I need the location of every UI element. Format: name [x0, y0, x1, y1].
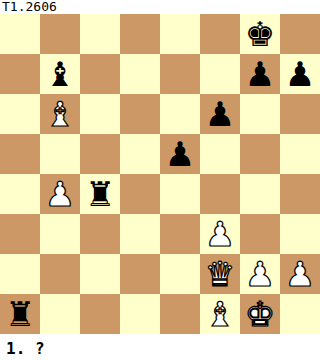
square-d1[interactable] [120, 294, 160, 334]
square-g7[interactable]: ♟ [240, 54, 280, 94]
piece-black-pawn[interactable]: ♟ [245, 54, 275, 94]
piece-white-king[interactable]: ♚ [245, 294, 275, 334]
square-h1[interactable] [280, 294, 320, 334]
square-h2[interactable]: ♟ [280, 254, 320, 294]
square-a6[interactable] [0, 94, 40, 134]
square-c7[interactable] [80, 54, 120, 94]
piece-black-bishop[interactable]: ♝ [45, 54, 75, 94]
square-f3[interactable]: ♟ [200, 214, 240, 254]
square-c1[interactable] [80, 294, 120, 334]
square-h5[interactable] [280, 134, 320, 174]
square-e1[interactable] [160, 294, 200, 334]
square-h7[interactable]: ♟ [280, 54, 320, 94]
chess-puzzle-page: T1.2606 ♚♝♟♟♝♟♟♟♜♟♛♟♟♜♝♚ 1. ? [0, 0, 320, 360]
square-g5[interactable] [240, 134, 280, 174]
piece-white-bishop[interactable]: ♝ [45, 94, 75, 134]
square-b4[interactable]: ♟ [40, 174, 80, 214]
square-e4[interactable] [160, 174, 200, 214]
square-b6[interactable]: ♝ [40, 94, 80, 134]
piece-white-queen[interactable]: ♛ [205, 254, 235, 294]
square-d4[interactable] [120, 174, 160, 214]
square-e5[interactable]: ♟ [160, 134, 200, 174]
square-b8[interactable] [40, 14, 80, 54]
square-c5[interactable] [80, 134, 120, 174]
piece-white-pawn[interactable]: ♟ [45, 174, 75, 214]
square-a8[interactable] [0, 14, 40, 54]
square-f5[interactable] [200, 134, 240, 174]
square-h4[interactable] [280, 174, 320, 214]
square-d2[interactable] [120, 254, 160, 294]
square-d7[interactable] [120, 54, 160, 94]
square-c6[interactable] [80, 94, 120, 134]
square-h8[interactable] [280, 14, 320, 54]
square-g3[interactable] [240, 214, 280, 254]
piece-black-king[interactable]: ♚ [245, 14, 275, 54]
square-f4[interactable] [200, 174, 240, 214]
square-b1[interactable] [40, 294, 80, 334]
piece-white-pawn[interactable]: ♟ [285, 254, 315, 294]
square-a4[interactable] [0, 174, 40, 214]
square-a1[interactable]: ♜ [0, 294, 40, 334]
square-g8[interactable]: ♚ [240, 14, 280, 54]
piece-white-pawn[interactable]: ♟ [205, 214, 235, 254]
square-b5[interactable] [40, 134, 80, 174]
square-g2[interactable]: ♟ [240, 254, 280, 294]
square-d5[interactable] [120, 134, 160, 174]
square-e8[interactable] [160, 14, 200, 54]
square-f7[interactable] [200, 54, 240, 94]
square-e2[interactable] [160, 254, 200, 294]
square-a2[interactable] [0, 254, 40, 294]
piece-black-rook[interactable]: ♜ [85, 174, 115, 214]
square-c2[interactable] [80, 254, 120, 294]
piece-white-bishop[interactable]: ♝ [205, 294, 235, 334]
square-h3[interactable] [280, 214, 320, 254]
square-h6[interactable] [280, 94, 320, 134]
square-a3[interactable] [0, 214, 40, 254]
square-f1[interactable]: ♝ [200, 294, 240, 334]
square-b7[interactable]: ♝ [40, 54, 80, 94]
square-e3[interactable] [160, 214, 200, 254]
square-c3[interactable] [80, 214, 120, 254]
square-b2[interactable] [40, 254, 80, 294]
square-f2[interactable]: ♛ [200, 254, 240, 294]
piece-black-pawn[interactable]: ♟ [165, 134, 195, 174]
square-a5[interactable] [0, 134, 40, 174]
move-prompt: 1. ? [0, 334, 320, 360]
square-f8[interactable] [200, 14, 240, 54]
square-g1[interactable]: ♚ [240, 294, 280, 334]
square-a7[interactable] [0, 54, 40, 94]
square-g6[interactable] [240, 94, 280, 134]
puzzle-id: T1.2606 [0, 0, 320, 14]
square-e6[interactable] [160, 94, 200, 134]
square-c8[interactable] [80, 14, 120, 54]
piece-white-pawn[interactable]: ♟ [245, 254, 275, 294]
piece-black-pawn[interactable]: ♟ [285, 54, 315, 94]
square-f6[interactable]: ♟ [200, 94, 240, 134]
square-d8[interactable] [120, 14, 160, 54]
square-b3[interactable] [40, 214, 80, 254]
piece-black-pawn[interactable]: ♟ [205, 94, 235, 134]
square-d3[interactable] [120, 214, 160, 254]
square-c4[interactable]: ♜ [80, 174, 120, 214]
chess-board: ♚♝♟♟♝♟♟♟♜♟♛♟♟♜♝♚ [0, 14, 320, 334]
piece-black-rook[interactable]: ♜ [5, 294, 35, 334]
square-d6[interactable] [120, 94, 160, 134]
square-g4[interactable] [240, 174, 280, 214]
square-e7[interactable] [160, 54, 200, 94]
